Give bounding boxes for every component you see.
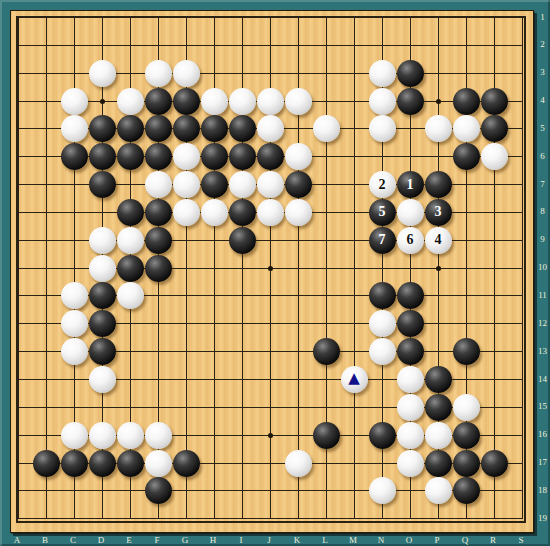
stone-white: [173, 199, 200, 226]
stone-white: [173, 143, 200, 170]
stone-number: 6: [407, 233, 414, 247]
stone-black: [453, 422, 480, 449]
stone-black: [229, 227, 256, 254]
row-label: 2: [535, 39, 550, 49]
stone-black: [313, 422, 340, 449]
stone-black: [453, 450, 480, 477]
stone-black: [481, 88, 508, 115]
stone-white: [369, 338, 396, 365]
stone-white: [369, 115, 396, 142]
stone-black: [173, 88, 200, 115]
stone-white: [201, 88, 228, 115]
row-label: 14: [535, 374, 550, 384]
column-label: M: [345, 535, 361, 546]
stone-white: [453, 115, 480, 142]
stone-white: [117, 227, 144, 254]
stone-white: [285, 143, 312, 170]
column-label: N: [373, 535, 389, 546]
stone-white: [61, 115, 88, 142]
stone-black: [117, 255, 144, 282]
stone-black: [453, 477, 480, 504]
stone-black: [117, 115, 144, 142]
column-label: H: [205, 535, 221, 546]
column-label: O: [401, 535, 417, 546]
stone-white: [397, 422, 424, 449]
stone-number: 3: [435, 205, 442, 219]
stone-black: [481, 450, 508, 477]
stone-white: [425, 115, 452, 142]
go-app-window: 2153764▲ ABCDEFGHIJKLMNOPQRS 12345678910…: [0, 0, 550, 546]
stone-white: [369, 310, 396, 337]
stone-black: 5: [369, 199, 396, 226]
stone-white: [285, 88, 312, 115]
stone-black: [145, 88, 172, 115]
stone-white: [229, 171, 256, 198]
stone-white: [61, 310, 88, 337]
stone-white: [257, 88, 284, 115]
column-label: B: [37, 535, 53, 546]
column-label: F: [149, 535, 165, 546]
row-label: 16: [535, 429, 550, 439]
stone-black: [369, 422, 396, 449]
row-label: 19: [535, 513, 550, 523]
stone-black: [397, 282, 424, 309]
stone-white: 2: [369, 171, 396, 198]
stone-white: [89, 60, 116, 87]
row-label: 1: [535, 12, 550, 22]
stone-white: [145, 450, 172, 477]
stone-black: [425, 171, 452, 198]
stone-white: 4: [425, 227, 452, 254]
stone-white: [369, 60, 396, 87]
stone-white: [285, 450, 312, 477]
row-label: 3: [535, 67, 550, 77]
stone-white: [257, 199, 284, 226]
stone-white: [397, 394, 424, 421]
stone-black: [229, 199, 256, 226]
stone-black: [229, 143, 256, 170]
stone-white: [145, 422, 172, 449]
star-point: [268, 433, 273, 438]
stone-black: [145, 115, 172, 142]
stone-white: [257, 171, 284, 198]
stone-white: [285, 199, 312, 226]
stone-white: [89, 366, 116, 393]
stone-white: [117, 422, 144, 449]
column-label: R: [485, 535, 501, 546]
stone-black: 3: [425, 199, 452, 226]
stone-white: [89, 227, 116, 254]
stone-black: [33, 450, 60, 477]
column-label: P: [429, 535, 445, 546]
stone-black: [453, 88, 480, 115]
stone-white: [257, 115, 284, 142]
stone-black: [145, 143, 172, 170]
stone-white: [397, 199, 424, 226]
stone-white: [397, 450, 424, 477]
stone-white: [173, 171, 200, 198]
stone-black: [397, 338, 424, 365]
stone-black: [201, 143, 228, 170]
stone-black: [313, 338, 340, 365]
stone-black: [369, 282, 396, 309]
stone-white: [145, 171, 172, 198]
column-label: E: [121, 535, 137, 546]
column-label: S: [513, 535, 529, 546]
row-label: 11: [535, 290, 550, 300]
stone-black: 7: [369, 227, 396, 254]
stone-black: [257, 143, 284, 170]
stone-black: [145, 255, 172, 282]
stone-white: [117, 88, 144, 115]
stone-black: [397, 88, 424, 115]
row-label: 4: [535, 95, 550, 105]
row-label: 8: [535, 206, 550, 216]
stone-white: [425, 477, 452, 504]
stone-number: 5: [379, 205, 386, 219]
stone-white: [313, 115, 340, 142]
row-label: 17: [535, 457, 550, 467]
stone-white: [481, 143, 508, 170]
row-label: 12: [535, 318, 550, 328]
stone-black: [89, 338, 116, 365]
stone-white: [61, 338, 88, 365]
stone-white: [61, 282, 88, 309]
row-label: 15: [535, 401, 550, 411]
stone-white: [425, 422, 452, 449]
column-label: C: [65, 535, 81, 546]
column-label: D: [93, 535, 109, 546]
row-label: 9: [535, 234, 550, 244]
stone-white: [61, 422, 88, 449]
stone-black: 1: [397, 171, 424, 198]
stone-white: ▲: [341, 366, 368, 393]
stone-number: 1: [407, 178, 414, 192]
row-label: 13: [535, 346, 550, 356]
column-label: Q: [457, 535, 473, 546]
stone-black: [89, 143, 116, 170]
stone-black: [89, 171, 116, 198]
stone-number: 4: [435, 233, 442, 247]
stone-black: [425, 450, 452, 477]
stone-black: [481, 115, 508, 142]
star-point: [436, 266, 441, 271]
stone-black: [145, 199, 172, 226]
stone-number: 2: [379, 178, 386, 192]
stone-white: [397, 366, 424, 393]
stone-number: 7: [379, 233, 386, 247]
triangle-marker: ▲: [348, 371, 360, 386]
stone-black: [89, 282, 116, 309]
stone-white: [201, 199, 228, 226]
goban[interactable]: 2153764▲: [10, 10, 534, 533]
stone-white: [89, 255, 116, 282]
row-label: 10: [535, 262, 550, 272]
star-point: [436, 99, 441, 104]
row-label: 6: [535, 151, 550, 161]
stone-black: [173, 450, 200, 477]
stone-white: [369, 88, 396, 115]
stone-black: [117, 143, 144, 170]
stone-black: [61, 143, 88, 170]
stone-black: [201, 171, 228, 198]
column-label: K: [289, 535, 305, 546]
stone-black: [117, 450, 144, 477]
stone-white: [173, 60, 200, 87]
stone-black: [425, 366, 452, 393]
stone-black: [285, 171, 312, 198]
row-label: 7: [535, 179, 550, 189]
stone-black: [117, 199, 144, 226]
star-point: [100, 99, 105, 104]
column-label: A: [9, 535, 25, 546]
stone-black: [89, 310, 116, 337]
column-label: J: [261, 535, 277, 546]
stone-white: [229, 88, 256, 115]
stone-white: [117, 282, 144, 309]
stone-black: [453, 338, 480, 365]
stone-black: [61, 450, 88, 477]
stone-black: [397, 60, 424, 87]
stone-black: [89, 450, 116, 477]
stone-white: [145, 60, 172, 87]
stone-black: [89, 115, 116, 142]
stone-white: [89, 422, 116, 449]
stone-black: [229, 115, 256, 142]
column-label: G: [177, 535, 193, 546]
row-label: 18: [535, 485, 550, 495]
stone-black: [201, 115, 228, 142]
column-label: I: [233, 535, 249, 546]
column-label: L: [317, 535, 333, 546]
stone-white: [369, 477, 396, 504]
row-label: 5: [535, 123, 550, 133]
stone-black: [145, 477, 172, 504]
stone-black: [425, 394, 452, 421]
stone-black: [173, 115, 200, 142]
stone-white: [61, 88, 88, 115]
star-point: [268, 266, 273, 271]
stone-black: [397, 310, 424, 337]
stone-white: [453, 394, 480, 421]
stone-white: 6: [397, 227, 424, 254]
stone-black: [145, 227, 172, 254]
stone-black: [453, 143, 480, 170]
